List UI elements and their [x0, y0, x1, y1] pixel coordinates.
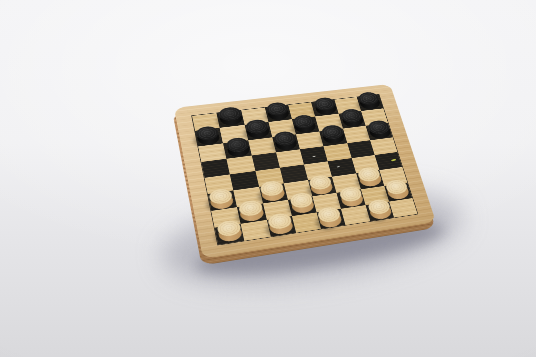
- square-r8c3: ⛀: [266, 216, 295, 237]
- dust-speck-1: [312, 155, 315, 156]
- piece-dark-man: ⛂: [266, 106, 290, 121]
- piece-dark-man: ⛂: [358, 96, 381, 111]
- yellow-speck-mark: [391, 158, 397, 161]
- square-r8c8: [389, 198, 418, 218]
- checkers-board: ⛂⛂⛂⛂⛂⛂⛂⛂⛂⛂⛂⛂⛀⛀⛀⛀⛀⛀⛀⛀⛀⛀⛀⛀: [174, 84, 436, 259]
- dust-speck-2: [337, 166, 340, 167]
- piece-dark-man: ⛂: [219, 111, 243, 127]
- piece-light-man: ⛀: [268, 217, 294, 235]
- piece-dark-man: ⛂: [322, 129, 346, 145]
- square-r8c1: ⛀: [215, 224, 245, 245]
- piece-light-man: ⛀: [217, 224, 243, 243]
- piece-light-man: ⛀: [290, 197, 315, 215]
- piece-light-man: ⛀: [318, 211, 344, 229]
- studio-photo: ⛂⛂⛂⛂⛂⛂⛂⛂⛂⛂⛂⛂⛀⛀⛀⛀⛀⛀⛀⛀⛀⛀⛀⛀: [0, 0, 536, 357]
